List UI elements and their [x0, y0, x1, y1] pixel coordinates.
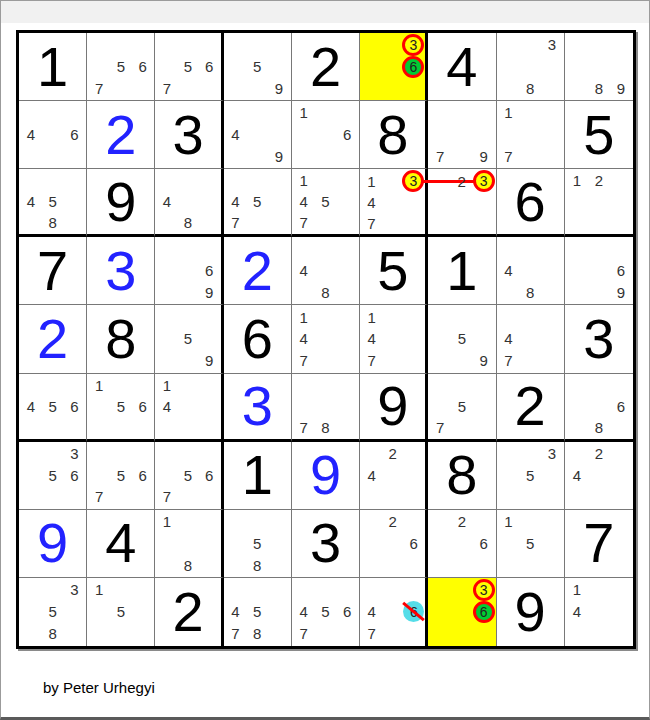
candidate-grid: 147 [293, 306, 358, 371]
candidate-2: 2 [588, 443, 610, 465]
cell-r1c7[interactable]: 4 [428, 33, 496, 101]
cell-r7c8[interactable]: 35 [497, 442, 565, 510]
candidate-5: 5 [246, 56, 268, 78]
cell-r5c6[interactable]: 147 [360, 305, 428, 373]
circle-yellow-mark: 3 [402, 34, 424, 56]
candidate-grid: 15 [88, 579, 153, 645]
candidate-grid: 38 [498, 34, 563, 99]
candidate-grid: 467 [361, 579, 424, 645]
strike-cyan-mark: 6 [403, 601, 424, 622]
candidate-grid: 36 [429, 579, 494, 645]
cell-r5c2[interactable]: 8 [87, 305, 155, 373]
candidate-5: 5 [42, 191, 64, 212]
cell-r3c3[interactable]: 48 [155, 169, 223, 237]
cell-r8c4[interactable]: 58 [224, 510, 292, 578]
candidate-6: 6 [610, 396, 632, 417]
given-digit: 8 [428, 442, 495, 509]
top-bar [1, 1, 649, 23]
cell-r7c9[interactable]: 24 [565, 442, 633, 510]
candidate-4: 4 [498, 328, 520, 350]
cell-r9c3[interactable]: 2 [155, 578, 223, 646]
candidate-4: 4 [293, 601, 315, 623]
candidate-4: 4 [293, 260, 315, 282]
candidate-2: 2 [451, 511, 473, 533]
cell-r5c5[interactable]: 147 [292, 305, 360, 373]
given-digit: 7 [19, 237, 86, 304]
candidate-grid: 356 [20, 443, 85, 508]
candidate-7: 7 [429, 417, 451, 438]
candidate-grid: 26 [429, 511, 494, 576]
cell-r8c2[interactable]: 4 [87, 510, 155, 578]
candidate-8: 8 [42, 623, 64, 645]
candidate-grid: 79 [429, 102, 494, 167]
candidate-6: 6 [199, 464, 220, 486]
given-digit: 8 [360, 101, 425, 168]
candidate-4: 4 [20, 396, 42, 417]
candidate-7: 7 [293, 350, 315, 372]
candidate-grid: 17 [498, 102, 563, 167]
cell-r2c7[interactable]: 79 [428, 101, 496, 169]
candidate-1: 1 [293, 306, 315, 328]
cell-r1c3[interactable]: 567 [155, 33, 223, 101]
candidate-3: 3 [473, 170, 495, 192]
cell-r5c3[interactable]: 59 [155, 305, 223, 373]
cell-r3c2[interactable]: 9 [87, 169, 155, 237]
candidate-5: 5 [110, 601, 132, 623]
candidate-5: 5 [246, 601, 268, 623]
cell-r2c6[interactable]: 8 [360, 101, 428, 169]
candidate-3: 3 [541, 34, 563, 56]
candidate-grid: 78 [293, 375, 358, 438]
candidate-2: 2 [451, 170, 473, 192]
candidate-5: 5 [519, 464, 541, 486]
given-digit: 3 [565, 305, 633, 372]
candidate-7: 7 [293, 623, 315, 645]
candidate-grid: 457 [225, 170, 290, 233]
candidate-9: 9 [610, 77, 632, 99]
cell-r2c2[interactable]: 2 [87, 101, 155, 169]
candidate-5: 5 [42, 601, 64, 623]
given-digit: 2 [155, 578, 220, 646]
cell-r2c8[interactable]: 17 [497, 101, 565, 169]
author-credit: by Peter Urhegyi [43, 679, 155, 696]
circle-yellow-mark: 3 [473, 170, 495, 192]
candidate-6: 6 [132, 396, 154, 417]
cell-r9c5[interactable]: 4567 [292, 578, 360, 646]
cell-r4c5[interactable]: 48 [292, 237, 360, 305]
candidate-grid: 69 [156, 238, 219, 303]
cell-r2c4[interactable]: 49 [224, 101, 292, 169]
circle-yellow-mark: 3 [402, 170, 424, 192]
candidate-7: 7 [361, 213, 382, 234]
candidate-1: 1 [566, 579, 588, 601]
candidate-6: 6 [63, 464, 85, 486]
given-digit: 2 [292, 33, 359, 100]
candidate-grid: 1347 [361, 170, 424, 233]
candidate-grid: 4578 [225, 579, 290, 645]
given-digit: 5 [565, 101, 633, 168]
cell-r6c2[interactable]: 156 [87, 374, 155, 442]
solved-digit: 2 [87, 101, 154, 168]
candidate-6: 6 [132, 56, 154, 78]
candidate-1: 1 [156, 375, 177, 396]
cell-r5c8[interactable]: 47 [497, 305, 565, 373]
cell-r6c7[interactable]: 57 [428, 374, 496, 442]
candidate-5: 5 [315, 191, 337, 212]
cell-r3c7[interactable]: 23 [428, 169, 496, 237]
given-digit: 6 [224, 305, 291, 372]
cell-r7c2[interactable]: 567 [87, 442, 155, 510]
candidate-7: 7 [293, 212, 315, 233]
candidate-8: 8 [588, 417, 610, 438]
candidate-4: 4 [20, 124, 42, 146]
candidate-6: 6 [199, 56, 220, 78]
cell-r6c4[interactable]: 3 [224, 374, 292, 442]
cell-r5c4[interactable]: 6 [224, 305, 292, 373]
candidate-8: 8 [178, 554, 199, 576]
candidate-grid: 59 [225, 34, 290, 99]
cell-r9c7[interactable]: 36 [428, 578, 496, 646]
given-digit: 6 [497, 169, 564, 234]
cell-r9c1[interactable]: 358 [19, 578, 87, 646]
cell-r8c1[interactable]: 9 [19, 510, 87, 578]
solved-digit: 9 [19, 510, 86, 577]
given-digit: 8 [87, 305, 154, 372]
candidate-7: 7 [225, 623, 247, 645]
cell-r4c9[interactable]: 69 [565, 237, 633, 305]
cell-r2c1[interactable]: 46 [19, 101, 87, 169]
cell-r4c1[interactable]: 7 [19, 237, 87, 305]
candidate-9: 9 [473, 146, 495, 168]
candidate-grid: 18 [156, 511, 219, 576]
cell-r8c6[interactable]: 26 [360, 510, 428, 578]
cell-r1c5[interactable]: 2 [292, 33, 360, 101]
candidate-7: 7 [156, 486, 177, 508]
candidate-5: 5 [110, 464, 132, 486]
candidate-grid: 456 [20, 375, 85, 438]
candidate-grid: 89 [566, 34, 632, 99]
circle-yellow-mark: 3 [473, 579, 495, 601]
candidate-4: 4 [20, 191, 42, 212]
candidate-grid: 567 [156, 443, 219, 508]
cell-r5c7[interactable]: 59 [428, 305, 496, 373]
candidate-grid: 48 [293, 238, 358, 303]
candidate-4: 4 [566, 601, 588, 623]
candidate-grid: 68 [566, 375, 632, 438]
candidate-9: 9 [268, 77, 290, 99]
candidate-6: 6 [403, 532, 424, 554]
candidate-3: 3 [63, 579, 85, 601]
candidate-5: 5 [42, 464, 64, 486]
cell-r4c2[interactable]: 3 [87, 237, 155, 305]
circle-green-mark: 6 [402, 56, 424, 78]
solved-digit: 2 [224, 237, 291, 304]
cell-r9c4[interactable]: 4578 [224, 578, 292, 646]
candidate-6: 6 [473, 601, 495, 623]
candidate-1: 1 [498, 102, 520, 124]
candidate-6: 6 [199, 260, 220, 282]
cell-r1c8[interactable]: 38 [497, 33, 565, 101]
candidate-1: 1 [88, 579, 110, 601]
candidate-1: 1 [566, 170, 588, 191]
candidate-grid: 35 [498, 443, 563, 508]
candidate-grid: 58 [225, 511, 290, 576]
candidate-5: 5 [178, 464, 199, 486]
candidate-8: 8 [315, 282, 337, 304]
given-digit: 9 [87, 169, 154, 234]
cell-r9c2[interactable]: 15 [87, 578, 155, 646]
candidate-6: 6 [63, 124, 85, 146]
candidate-7: 7 [88, 77, 110, 99]
cell-r7c6[interactable]: 24 [360, 442, 428, 510]
solved-digit: 9 [292, 442, 359, 509]
candidate-7: 7 [88, 486, 110, 508]
cell-r6c8[interactable]: 2 [497, 374, 565, 442]
given-digit: 3 [292, 510, 359, 577]
candidate-1: 1 [498, 511, 520, 533]
candidate-grid: 15 [498, 511, 563, 576]
candidate-5: 5 [178, 328, 199, 350]
candidate-9: 9 [199, 350, 220, 372]
cell-r6c9[interactable]: 68 [565, 374, 633, 442]
candidate-grid: 23 [429, 170, 494, 233]
candidate-grid: 4567 [293, 579, 358, 645]
candidate-grid: 567 [88, 34, 153, 99]
candidate-6: 6 [403, 601, 424, 623]
candidate-5: 5 [110, 396, 132, 417]
candidate-grid: 46 [20, 102, 85, 167]
candidate-7: 7 [361, 350, 382, 372]
candidate-5: 5 [246, 191, 268, 212]
cell-r7c1[interactable]: 356 [19, 442, 87, 510]
candidate-6: 6 [336, 124, 358, 146]
candidate-5: 5 [315, 601, 337, 623]
candidate-1: 1 [293, 170, 315, 191]
candidate-grid: 49 [225, 102, 290, 167]
candidate-8: 8 [519, 77, 541, 99]
cell-r2c3[interactable]: 3 [155, 101, 223, 169]
cell-r1c9[interactable]: 89 [565, 33, 633, 101]
candidate-grid: 358 [20, 579, 85, 645]
candidate-5: 5 [246, 532, 268, 554]
candidate-6: 6 [132, 464, 154, 486]
page: { "game": "sudoku", "position": "1000204… [0, 0, 650, 720]
candidate-8: 8 [315, 417, 337, 438]
given-digit: 7 [565, 510, 633, 577]
candidate-5: 5 [451, 328, 473, 350]
candidate-8: 8 [178, 212, 199, 233]
given-digit: 1 [19, 33, 86, 100]
candidate-7: 7 [156, 77, 177, 99]
candidate-grid: 16 [293, 102, 358, 167]
candidate-3: 3 [402, 34, 424, 56]
candidate-1: 1 [361, 170, 382, 192]
sudoku-board: 1567567592364388946234916879175458948457… [16, 30, 636, 649]
cell-r2c5[interactable]: 16 [292, 101, 360, 169]
cell-r1c6[interactable]: 36 [360, 33, 428, 101]
candidate-grid: 36 [361, 34, 424, 99]
candidate-grid: 59 [429, 306, 494, 371]
candidate-3: 3 [473, 579, 495, 601]
candidate-4: 4 [566, 464, 588, 486]
candidate-2: 2 [382, 443, 403, 465]
candidate-1: 1 [156, 511, 177, 533]
candidate-9: 9 [268, 146, 290, 168]
cell-r7c7[interactable]: 8 [428, 442, 496, 510]
cell-r6c1[interactable]: 456 [19, 374, 87, 442]
candidate-6: 6 [402, 56, 424, 78]
candidate-7: 7 [225, 212, 247, 233]
candidate-4: 4 [361, 328, 382, 350]
candidate-grid: 59 [156, 306, 219, 371]
cell-r3c4[interactable]: 457 [224, 169, 292, 237]
cell-r3c9[interactable]: 12 [565, 169, 633, 237]
solved-digit: 3 [87, 237, 154, 304]
candidate-4: 4 [293, 191, 315, 212]
candidate-7: 7 [293, 417, 315, 438]
candidate-grid: 1457 [293, 170, 358, 233]
candidate-9: 9 [473, 350, 495, 372]
cell-r1c1[interactable]: 1 [19, 33, 87, 101]
cell-r7c4[interactable]: 1 [224, 442, 292, 510]
candidate-grid: 57 [429, 375, 494, 438]
candidate-2: 2 [588, 170, 610, 191]
candidate-5: 5 [519, 532, 541, 554]
cell-r1c2[interactable]: 567 [87, 33, 155, 101]
given-digit: 5 [360, 237, 425, 304]
cell-r3c5[interactable]: 1457 [292, 169, 360, 237]
cell-r4c3[interactable]: 69 [155, 237, 223, 305]
cell-r7c5[interactable]: 9 [292, 442, 360, 510]
candidate-7: 7 [361, 623, 382, 645]
given-digit: 4 [87, 510, 154, 577]
candidate-grid: 567 [156, 34, 219, 99]
cell-r3c1[interactable]: 458 [19, 169, 87, 237]
candidate-grid: 147 [361, 306, 424, 371]
cell-r8c9[interactable]: 7 [565, 510, 633, 578]
candidate-grid: 26 [361, 511, 424, 576]
cell-r7c3[interactable]: 567 [155, 442, 223, 510]
candidate-6: 6 [63, 396, 85, 417]
given-digit: 3 [155, 101, 220, 168]
candidate-9: 9 [610, 282, 632, 304]
cell-r3c6[interactable]: 1347 [360, 169, 428, 237]
cell-r2c9[interactable]: 5 [565, 101, 633, 169]
candidate-4: 4 [225, 124, 247, 146]
candidate-8: 8 [42, 212, 64, 233]
candidate-1: 1 [293, 102, 315, 124]
candidate-9: 9 [199, 282, 220, 304]
candidate-1: 1 [88, 375, 110, 396]
candidate-7: 7 [498, 350, 520, 372]
cell-r8c7[interactable]: 26 [428, 510, 496, 578]
given-digit: 1 [224, 442, 291, 509]
cell-r4c8[interactable]: 48 [497, 237, 565, 305]
candidate-2: 2 [382, 511, 403, 533]
candidate-grid: 567 [88, 443, 153, 508]
candidate-grid: 69 [566, 238, 632, 303]
given-digit: 9 [497, 578, 564, 646]
given-digit: 9 [360, 374, 425, 439]
candidate-5: 5 [110, 56, 132, 78]
cell-r3c8[interactable]: 6 [497, 169, 565, 237]
candidate-8: 8 [246, 554, 268, 576]
candidate-8: 8 [246, 623, 268, 645]
candidate-4: 4 [293, 328, 315, 350]
candidate-grid: 48 [156, 170, 219, 233]
cell-r6c6[interactable]: 9 [360, 374, 428, 442]
candidate-6: 6 [610, 260, 632, 282]
candidate-5: 5 [178, 56, 199, 78]
given-digit: 2 [497, 374, 564, 439]
solved-digit: 3 [224, 374, 291, 439]
candidate-3: 3 [541, 443, 563, 465]
candidate-5: 5 [42, 396, 64, 417]
candidate-grid: 24 [566, 443, 632, 508]
candidate-grid: 12 [566, 170, 632, 233]
cell-r8c8[interactable]: 15 [497, 510, 565, 578]
cell-r6c5[interactable]: 78 [292, 374, 360, 442]
cell-r9c6[interactable]: 467 [360, 578, 428, 646]
candidate-7: 7 [498, 146, 520, 168]
cell-r8c3[interactable]: 18 [155, 510, 223, 578]
candidate-grid: 14 [566, 579, 632, 645]
cell-r5c9[interactable]: 3 [565, 305, 633, 373]
candidate-grid: 14 [156, 375, 219, 438]
cell-r9c8[interactable]: 9 [497, 578, 565, 646]
solved-digit: 2 [19, 305, 86, 372]
candidate-6: 6 [473, 532, 495, 554]
cell-r1c4[interactable]: 59 [224, 33, 292, 101]
candidate-4: 4 [361, 601, 382, 623]
candidate-4: 4 [156, 191, 177, 212]
candidate-8: 8 [519, 282, 541, 304]
candidate-3: 3 [402, 170, 424, 192]
candidate-7: 7 [429, 146, 451, 168]
circle-green-mark: 6 [473, 601, 495, 623]
candidate-1: 1 [361, 306, 382, 328]
candidate-3: 3 [63, 443, 85, 465]
candidate-4: 4 [361, 192, 382, 213]
cell-r6c3[interactable]: 14 [155, 374, 223, 442]
cell-r9c9[interactable]: 14 [565, 578, 633, 646]
cell-r5c1[interactable]: 2 [19, 305, 87, 373]
given-digit: 4 [428, 33, 495, 100]
candidate-grid: 458 [20, 170, 85, 233]
candidate-grid: 24 [361, 443, 424, 508]
candidate-4: 4 [156, 396, 177, 417]
candidate-4: 4 [361, 464, 382, 486]
candidate-4: 4 [498, 260, 520, 282]
cell-r8c5[interactable]: 3 [292, 510, 360, 578]
candidate-grid: 47 [498, 306, 563, 371]
cell-r4c4[interactable]: 2 [224, 237, 292, 305]
given-digit: 1 [428, 237, 495, 304]
candidate-4: 4 [225, 601, 247, 623]
candidate-grid: 48 [498, 238, 563, 303]
cell-r4c7[interactable]: 1 [428, 237, 496, 305]
cell-r4c6[interactable]: 5 [360, 237, 428, 305]
candidate-5: 5 [451, 396, 473, 417]
candidate-6: 6 [336, 601, 358, 623]
candidate-4: 4 [225, 191, 247, 212]
candidate-grid: 156 [88, 375, 153, 438]
candidate-8: 8 [588, 77, 610, 99]
